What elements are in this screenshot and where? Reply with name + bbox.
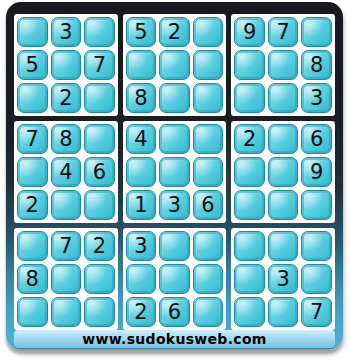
cell-r1c4: 5 (126, 17, 157, 47)
cell-r2c1: 5 (17, 50, 48, 80)
cell-r6c5: 3 (159, 190, 190, 220)
cell-r3c8[interactable] (268, 83, 299, 113)
cell-r3c3[interactable] (84, 83, 115, 113)
box-r3c3: 37 (231, 228, 335, 330)
cell-r7c9[interactable] (301, 231, 332, 261)
cell-r4c4: 4 (126, 124, 157, 154)
cell-r6c9[interactable] (301, 190, 332, 220)
cell-r5c8[interactable] (268, 157, 299, 187)
cell-r5c3: 6 (84, 157, 115, 187)
box-r1c1: 3572 (14, 14, 118, 116)
cell-r5c4[interactable] (126, 157, 157, 187)
cell-r7c7[interactable] (234, 231, 265, 261)
cell-r4c3[interactable] (84, 124, 115, 154)
cell-r1c2: 3 (51, 17, 82, 47)
cell-r2c7[interactable] (234, 50, 265, 80)
cell-r5c6[interactable] (193, 157, 224, 187)
cell-r4c6[interactable] (193, 124, 224, 154)
cell-r8c2[interactable] (51, 264, 82, 294)
box-r1c3: 9783 (231, 14, 335, 116)
cell-r8c5[interactable] (159, 264, 190, 294)
cell-r5c2: 4 (51, 157, 82, 187)
box-r3c2: 326 (123, 228, 227, 330)
cell-r7c1[interactable] (17, 231, 48, 261)
cell-r9c5: 6 (159, 297, 190, 327)
box-r2c2: 4136 (123, 121, 227, 223)
cell-r9c8[interactable] (268, 297, 299, 327)
cell-r3c7[interactable] (234, 83, 265, 113)
cell-r8c7[interactable] (234, 264, 265, 294)
cell-r3c6[interactable] (193, 83, 224, 113)
cell-r4c5[interactable] (159, 124, 190, 154)
cell-r2c5[interactable] (159, 50, 190, 80)
cell-r6c4: 1 (126, 190, 157, 220)
cell-r7c2: 7 (51, 231, 82, 261)
cell-r4c8[interactable] (268, 124, 299, 154)
cell-r1c7: 9 (234, 17, 265, 47)
cell-r3c4: 8 (126, 83, 157, 113)
cell-r7c5[interactable] (159, 231, 190, 261)
cell-r5c9: 9 (301, 157, 332, 187)
cell-r9c3[interactable] (84, 297, 115, 327)
cell-r6c8[interactable] (268, 190, 299, 220)
cell-r9c1[interactable] (17, 297, 48, 327)
cell-r7c3: 2 (84, 231, 115, 261)
cell-r4c2: 8 (51, 124, 82, 154)
sudoku-frame: 3572528978378462413626972832637 www.sudo… (6, 2, 343, 350)
cell-r3c2: 2 (51, 83, 82, 113)
cell-r4c1: 7 (17, 124, 48, 154)
footer-url-bar: www.sudokusweb.com (14, 330, 335, 348)
cell-r7c8[interactable] (268, 231, 299, 261)
cell-r8c6[interactable] (193, 264, 224, 294)
cell-r3c5[interactable] (159, 83, 190, 113)
cell-r1c5: 2 (159, 17, 190, 47)
cell-r8c8: 3 (268, 264, 299, 294)
cell-r2c6[interactable] (193, 50, 224, 80)
cell-r9c7[interactable] (234, 297, 265, 327)
cell-r4c9: 6 (301, 124, 332, 154)
cell-r3c9: 3 (301, 83, 332, 113)
cell-r6c3[interactable] (84, 190, 115, 220)
cell-r5c1[interactable] (17, 157, 48, 187)
cell-r2c4[interactable] (126, 50, 157, 80)
cell-r1c3[interactable] (84, 17, 115, 47)
cell-r4c7: 2 (234, 124, 265, 154)
cell-r9c4: 2 (126, 297, 157, 327)
cell-r8c4[interactable] (126, 264, 157, 294)
cell-r8c1: 8 (17, 264, 48, 294)
box-r1c2: 528 (123, 14, 227, 116)
cell-r6c7[interactable] (234, 190, 265, 220)
cell-r9c9: 7 (301, 297, 332, 327)
cell-r9c6[interactable] (193, 297, 224, 327)
cell-r6c6: 6 (193, 190, 224, 220)
site-url-text: www.sudokusweb.com (82, 331, 266, 347)
cell-r1c1[interactable] (17, 17, 48, 47)
cell-r1c9[interactable] (301, 17, 332, 47)
cell-r8c3[interactable] (84, 264, 115, 294)
cell-r7c4: 3 (126, 231, 157, 261)
sudoku-board: 3572528978378462413626972832637 (14, 14, 335, 330)
cell-r6c2[interactable] (51, 190, 82, 220)
cell-r2c2[interactable] (51, 50, 82, 80)
cell-r2c9: 8 (301, 50, 332, 80)
cell-r6c1: 2 (17, 190, 48, 220)
cell-r7c6[interactable] (193, 231, 224, 261)
box-r3c1: 728 (14, 228, 118, 330)
cell-r9c2[interactable] (51, 297, 82, 327)
cell-r1c8: 7 (268, 17, 299, 47)
cell-r3c1[interactable] (17, 83, 48, 113)
cell-r2c8[interactable] (268, 50, 299, 80)
cell-r1c6[interactable] (193, 17, 224, 47)
cell-r8c9[interactable] (301, 264, 332, 294)
cell-r2c3: 7 (84, 50, 115, 80)
box-r2c3: 269 (231, 121, 335, 223)
cell-r5c5[interactable] (159, 157, 190, 187)
cell-r5c7[interactable] (234, 157, 265, 187)
box-r2c1: 78462 (14, 121, 118, 223)
